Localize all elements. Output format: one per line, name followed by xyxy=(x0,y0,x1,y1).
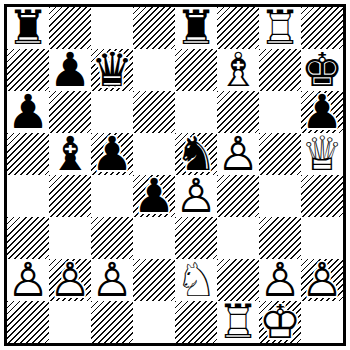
square-d7[interactable] xyxy=(133,49,175,91)
square-h4[interactable] xyxy=(301,175,343,217)
square-d3[interactable] xyxy=(133,217,175,259)
square-e7[interactable] xyxy=(175,49,217,91)
white-rook-outline: ♖ xyxy=(217,301,259,343)
piece-white-pawn: ♟♙ xyxy=(7,259,49,301)
square-a5[interactable] xyxy=(7,133,49,175)
square-c2[interactable]: ♟♙ xyxy=(91,259,133,301)
square-a2[interactable]: ♟♙ xyxy=(7,259,49,301)
piece-black-rook: ♜ xyxy=(7,7,49,49)
square-g6[interactable] xyxy=(259,91,301,133)
square-c5[interactable]: ♟ xyxy=(91,133,133,175)
white-pawn-outline: ♙ xyxy=(7,259,49,301)
piece-white-rook: ♜♖ xyxy=(217,301,259,343)
square-g1[interactable]: ♚♔ xyxy=(259,301,301,343)
square-g4[interactable] xyxy=(259,175,301,217)
square-h5[interactable]: ♛♕ xyxy=(301,133,343,175)
square-b2[interactable]: ♟♙ xyxy=(49,259,91,301)
square-e8[interactable]: ♜ xyxy=(175,7,217,49)
piece-black-pawn: ♟ xyxy=(133,175,175,217)
white-bishop-outline: ♗ xyxy=(217,49,259,91)
piece-black-bishop: ♝ xyxy=(49,133,91,175)
square-c7[interactable]: ♛ xyxy=(91,49,133,91)
piece-black-queen: ♛ xyxy=(91,49,133,91)
square-f4[interactable] xyxy=(217,175,259,217)
white-queen-outline: ♕ xyxy=(301,133,343,175)
piece-white-rook: ♜♖ xyxy=(259,7,301,49)
white-pawn-outline: ♙ xyxy=(175,175,217,217)
square-e1[interactable] xyxy=(175,301,217,343)
piece-white-pawn: ♟♙ xyxy=(217,133,259,175)
piece-black-rook: ♜ xyxy=(175,7,217,49)
square-f7[interactable]: ♝♗ xyxy=(217,49,259,91)
square-g7[interactable] xyxy=(259,49,301,91)
white-knight-outline: ♘ xyxy=(175,259,217,301)
square-d2[interactable] xyxy=(133,259,175,301)
square-f1[interactable]: ♜♖ xyxy=(217,301,259,343)
white-rook-outline: ♖ xyxy=(259,7,301,49)
piece-white-knight: ♞♘ xyxy=(175,259,217,301)
white-king-outline: ♔ xyxy=(259,301,301,343)
square-b1[interactable] xyxy=(49,301,91,343)
square-a4[interactable] xyxy=(7,175,49,217)
square-e4[interactable]: ♟♙ xyxy=(175,175,217,217)
square-g8[interactable]: ♜♖ xyxy=(259,7,301,49)
square-a6[interactable]: ♟ xyxy=(7,91,49,133)
white-pawn-outline: ♙ xyxy=(91,259,133,301)
square-b5[interactable]: ♝ xyxy=(49,133,91,175)
square-f5[interactable]: ♟♙ xyxy=(217,133,259,175)
chess-board: ♜♜♜♖♟♛♝♗♚♟♟♝♟♞♟♙♛♕♟♟♙♟♙♟♙♟♙♞♘♟♙♟♙♜♖♚♔ xyxy=(7,7,343,343)
piece-white-queen: ♛♕ xyxy=(301,133,343,175)
square-a1[interactable] xyxy=(7,301,49,343)
square-f3[interactable] xyxy=(217,217,259,259)
piece-white-pawn: ♟♙ xyxy=(175,175,217,217)
piece-black-pawn: ♟ xyxy=(91,133,133,175)
square-g5[interactable] xyxy=(259,133,301,175)
piece-white-pawn: ♟♙ xyxy=(301,259,343,301)
piece-black-pawn: ♟ xyxy=(7,91,49,133)
white-pawn-outline: ♙ xyxy=(301,259,343,301)
square-c1[interactable] xyxy=(91,301,133,343)
piece-black-pawn: ♟ xyxy=(49,49,91,91)
square-h1[interactable] xyxy=(301,301,343,343)
square-c4[interactable] xyxy=(91,175,133,217)
square-d6[interactable] xyxy=(133,91,175,133)
square-h2[interactable]: ♟♙ xyxy=(301,259,343,301)
chess-diagram: ♜♜♜♖♟♛♝♗♚♟♟♝♟♞♟♙♛♕♟♟♙♟♙♟♙♟♙♞♘♟♙♟♙♜♖♚♔ xyxy=(0,0,350,350)
square-d8[interactable] xyxy=(133,7,175,49)
chess-board-frame: ♜♜♜♖♟♛♝♗♚♟♟♝♟♞♟♙♛♕♟♟♙♟♙♟♙♟♙♞♘♟♙♟♙♜♖♚♔ xyxy=(4,4,346,346)
square-d4[interactable]: ♟ xyxy=(133,175,175,217)
square-b4[interactable] xyxy=(49,175,91,217)
square-a8[interactable]: ♜ xyxy=(7,7,49,49)
white-pawn-outline: ♙ xyxy=(217,133,259,175)
piece-white-pawn: ♟♙ xyxy=(91,259,133,301)
square-e2[interactable]: ♞♘ xyxy=(175,259,217,301)
piece-white-bishop: ♝♗ xyxy=(217,49,259,91)
piece-white-king: ♚♔ xyxy=(259,301,301,343)
square-b7[interactable]: ♟ xyxy=(49,49,91,91)
square-d1[interactable] xyxy=(133,301,175,343)
white-pawn-outline: ♙ xyxy=(49,259,91,301)
piece-white-pawn: ♟♙ xyxy=(49,259,91,301)
